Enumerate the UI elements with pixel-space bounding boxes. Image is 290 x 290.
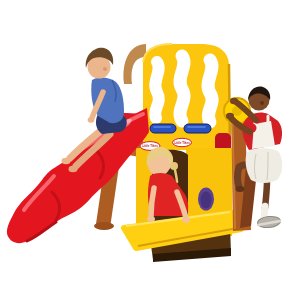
porthole bbox=[198, 188, 214, 211]
boy-climb-shorts bbox=[246, 148, 283, 183]
logo-text-2: Little Tikes bbox=[174, 141, 190, 145]
little-tikes-logo-2: Little Tikes bbox=[173, 138, 192, 146]
girl-pigtail bbox=[170, 162, 178, 170]
girl-arm-left bbox=[151, 188, 154, 217]
boy-climb-sock bbox=[264, 206, 265, 217]
product-photo: Little Tikes Little Tikes bbox=[0, 0, 290, 290]
playset-scene: Little Tikes Little Tikes bbox=[0, 0, 290, 290]
handle-slot-left bbox=[150, 124, 176, 133]
handle-slot-right bbox=[184, 124, 211, 133]
